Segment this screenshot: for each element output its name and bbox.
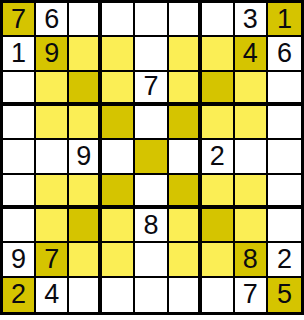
cell-r3c2[interactable] [36, 72, 69, 106]
cell-r9c9[interactable]: 5 [268, 278, 301, 312]
cell-r1c5[interactable] [135, 3, 168, 37]
cell-r2c1[interactable]: 1 [3, 37, 36, 71]
cell-r9c2[interactable]: 4 [36, 278, 69, 312]
cell-r4c9[interactable] [268, 106, 301, 140]
cell-r6c9[interactable] [268, 175, 301, 209]
cell-r8c2[interactable]: 7 [36, 243, 69, 277]
cell-r7c8[interactable] [235, 209, 268, 243]
cell-r8c8[interactable]: 8 [235, 243, 268, 277]
cell-r8c1[interactable]: 9 [3, 243, 36, 277]
cell-r7c5[interactable]: 8 [135, 209, 168, 243]
cell-r1c8[interactable]: 3 [235, 3, 268, 37]
cell-r6c6[interactable] [169, 175, 202, 209]
cell-r3c9[interactable] [268, 72, 301, 106]
cell-r5c8[interactable] [235, 140, 268, 174]
cell-r9c1[interactable]: 2 [3, 278, 36, 312]
cell-r4c6[interactable] [169, 106, 202, 140]
cell-r6c1[interactable] [3, 175, 36, 209]
cell-r9c7[interactable] [202, 278, 235, 312]
cell-r3c5[interactable]: 7 [135, 72, 168, 106]
cell-r2c9[interactable]: 6 [268, 37, 301, 71]
cell-r2c7[interactable] [202, 37, 235, 71]
cell-r4c2[interactable] [36, 106, 69, 140]
cell-r5c7[interactable]: 2 [202, 140, 235, 174]
cell-r3c6[interactable] [169, 72, 202, 106]
cell-r6c8[interactable] [235, 175, 268, 209]
cell-r5c4[interactable] [102, 140, 135, 174]
cell-r4c8[interactable] [235, 106, 268, 140]
cell-r6c2[interactable] [36, 175, 69, 209]
cell-r2c3[interactable] [69, 37, 102, 71]
cell-r7c4[interactable] [102, 209, 135, 243]
cell-r7c3[interactable] [69, 209, 102, 243]
cell-r9c6[interactable] [169, 278, 202, 312]
cell-r8c4[interactable] [102, 243, 135, 277]
cell-r5c9[interactable] [268, 140, 301, 174]
cell-r8c6[interactable] [169, 243, 202, 277]
cell-r8c7[interactable] [202, 243, 235, 277]
cell-r7c1[interactable] [3, 209, 36, 243]
cell-r5c5[interactable] [135, 140, 168, 174]
cell-r5c1[interactable] [3, 140, 36, 174]
cell-r6c4[interactable] [102, 175, 135, 209]
cell-r9c5[interactable] [135, 278, 168, 312]
cell-r6c7[interactable] [202, 175, 235, 209]
cell-r4c7[interactable] [202, 106, 235, 140]
cell-r1c4[interactable] [102, 3, 135, 37]
cell-r2c4[interactable] [102, 37, 135, 71]
cell-r4c3[interactable] [69, 106, 102, 140]
cell-r1c9[interactable]: 1 [268, 3, 301, 37]
cell-r6c3[interactable] [69, 175, 102, 209]
cell-r4c5[interactable] [135, 106, 168, 140]
cell-r3c8[interactable] [235, 72, 268, 106]
sudoku-board: 76311946792897822475 [0, 0, 304, 315]
cell-r4c1[interactable] [3, 106, 36, 140]
cell-r8c9[interactable]: 2 [268, 243, 301, 277]
cell-r5c3[interactable]: 9 [69, 140, 102, 174]
cell-r3c3[interactable] [69, 72, 102, 106]
cell-r8c5[interactable] [135, 243, 168, 277]
cell-r2c2[interactable]: 9 [36, 37, 69, 71]
cell-r1c7[interactable] [202, 3, 235, 37]
cell-r1c6[interactable] [169, 3, 202, 37]
cell-r7c6[interactable] [169, 209, 202, 243]
cell-r8c3[interactable] [69, 243, 102, 277]
cell-r3c4[interactable] [102, 72, 135, 106]
cell-r3c7[interactable] [202, 72, 235, 106]
cell-r2c6[interactable] [169, 37, 202, 71]
cell-r7c2[interactable] [36, 209, 69, 243]
cell-r9c4[interactable] [102, 278, 135, 312]
cell-r4c4[interactable] [102, 106, 135, 140]
cell-r9c8[interactable]: 7 [235, 278, 268, 312]
cell-r5c2[interactable] [36, 140, 69, 174]
cell-r9c3[interactable] [69, 278, 102, 312]
cell-r1c3[interactable] [69, 3, 102, 37]
cell-r6c5[interactable] [135, 175, 168, 209]
cell-r2c5[interactable] [135, 37, 168, 71]
cell-r1c1[interactable]: 7 [3, 3, 36, 37]
cell-r5c6[interactable] [169, 140, 202, 174]
cell-r1c2[interactable]: 6 [36, 3, 69, 37]
cell-r7c9[interactable] [268, 209, 301, 243]
cell-r3c1[interactable] [3, 72, 36, 106]
cell-r2c8[interactable]: 4 [235, 37, 268, 71]
cell-r7c7[interactable] [202, 209, 235, 243]
